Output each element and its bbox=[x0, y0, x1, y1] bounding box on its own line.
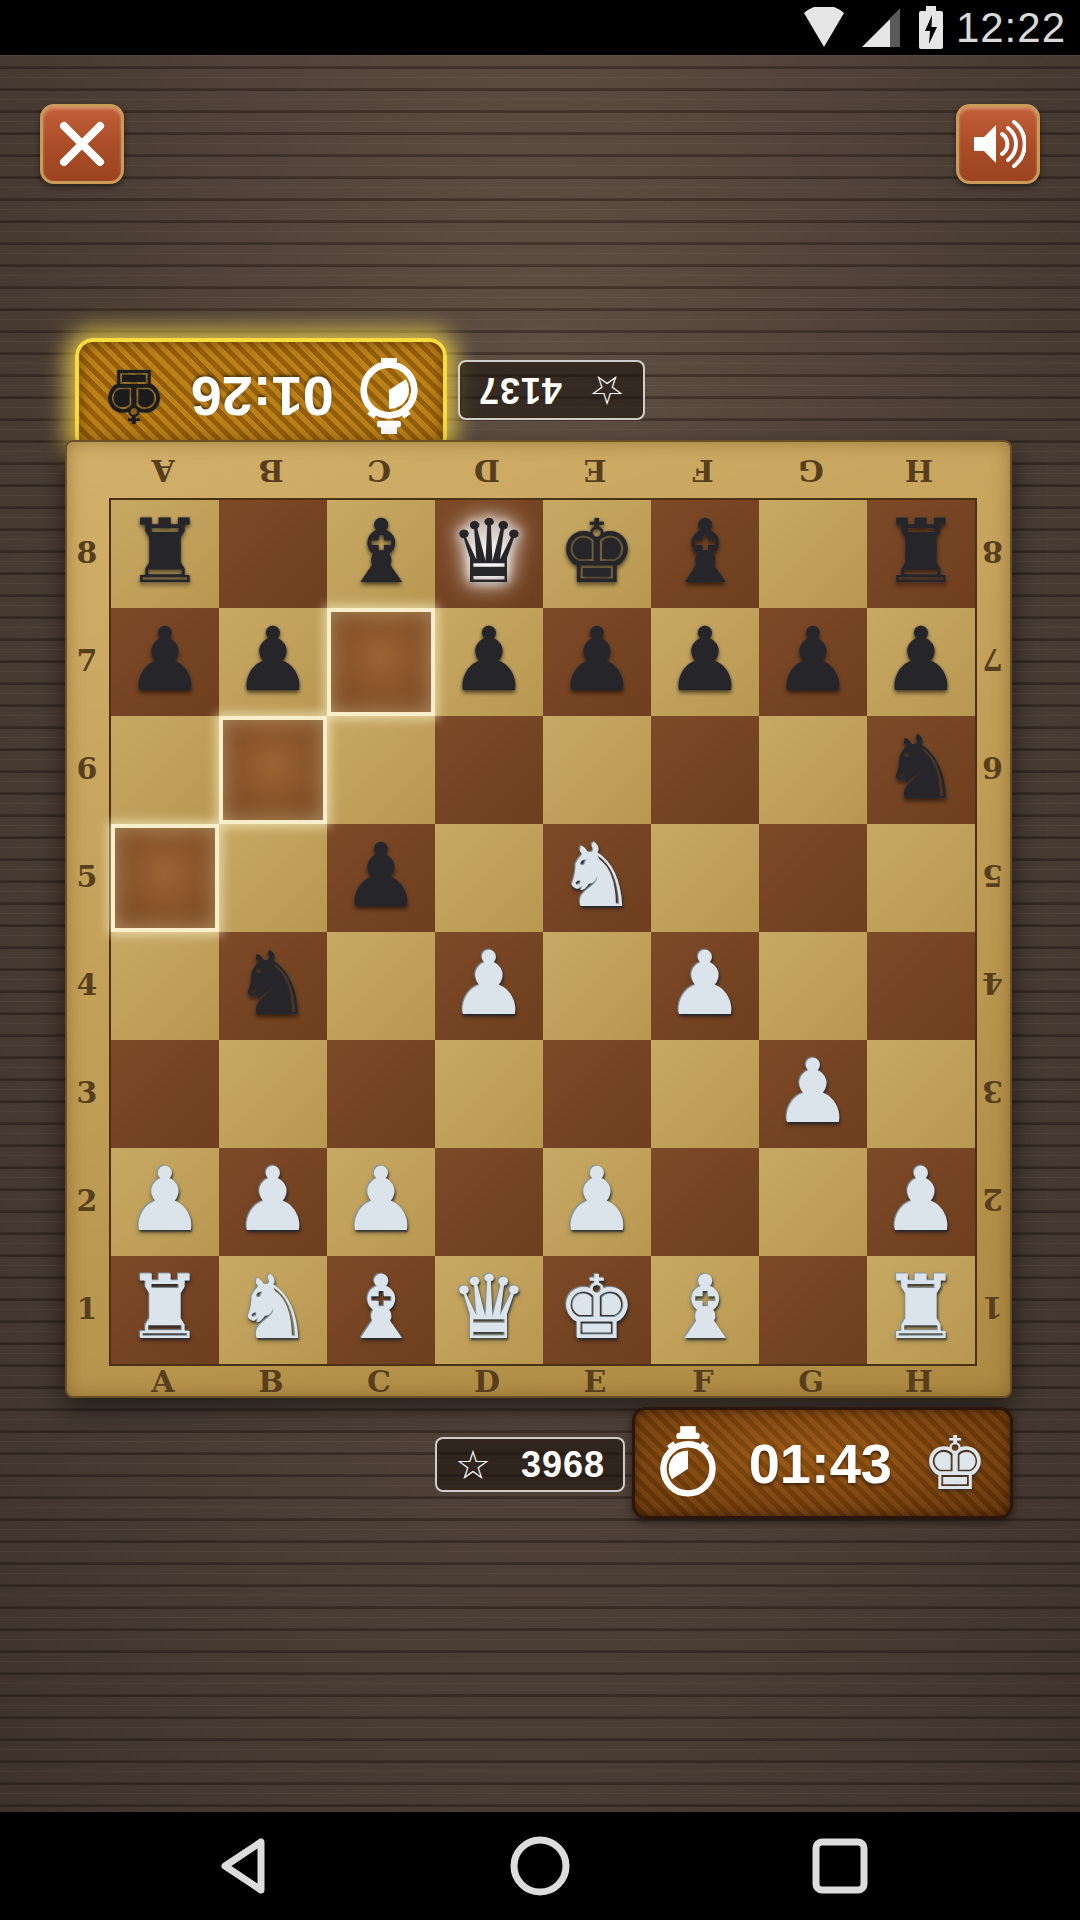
coord-label-F: F bbox=[649, 1364, 757, 1399]
rank-labels-left: 87654321 bbox=[67, 498, 107, 1362]
piece-black-queen-d8: ♛ bbox=[435, 500, 543, 608]
coord-label-7: 7 bbox=[67, 606, 107, 714]
white-clock-plate: 01:43 ♚ bbox=[632, 1407, 1013, 1519]
piece-black-pawn-e7: ♟ bbox=[543, 608, 651, 716]
coord-label-D: D bbox=[433, 448, 541, 494]
piece-white-bishop-f1: ♝ bbox=[651, 1256, 759, 1364]
square-f2[interactable] bbox=[651, 1148, 759, 1256]
chess-board-frame: ABCDEFGH ABCDEFGH 87654321 87654321 ♜♝♛♚… bbox=[65, 440, 1012, 1398]
black-rating-value: 4137 bbox=[478, 369, 562, 411]
nav-home-button[interactable] bbox=[460, 1812, 620, 1920]
square-g5[interactable] bbox=[759, 824, 867, 932]
stopwatch-icon bbox=[357, 359, 421, 435]
piece-black-pawn-g7: ♟ bbox=[759, 608, 867, 716]
piece-white-king-e1: ♚ bbox=[543, 1256, 651, 1364]
square-e8[interactable]: ♚ bbox=[543, 500, 651, 608]
piece-white-knight-e5: ♞ bbox=[543, 824, 651, 932]
square-a3[interactable] bbox=[111, 1040, 219, 1148]
square-d5[interactable] bbox=[435, 824, 543, 932]
coord-label-C: C bbox=[325, 448, 433, 494]
square-c8[interactable]: ♝ bbox=[327, 500, 435, 608]
rank-labels-right: 87654321 bbox=[973, 498, 1012, 1362]
square-f1[interactable]: ♝ bbox=[651, 1256, 759, 1364]
piece-black-king-e8: ♚ bbox=[543, 500, 651, 608]
chess-app-screen: 12:22 01:26 ♚ ☆ 4137 ABCDEFGH ABCDEFGH 8… bbox=[0, 0, 1080, 1920]
piece-white-pawn-f4: ♟ bbox=[651, 932, 759, 1040]
square-f6[interactable] bbox=[651, 716, 759, 824]
piece-black-pawn-c5: ♟ bbox=[327, 824, 435, 932]
piece-white-bishop-c1: ♝ bbox=[327, 1256, 435, 1364]
coord-label-E: E bbox=[541, 448, 649, 494]
piece-white-queen-d1: ♛ bbox=[435, 1256, 543, 1364]
coord-label-3: 3 bbox=[67, 1038, 107, 1146]
coord-label-G: G bbox=[757, 448, 865, 494]
square-g7[interactable]: ♟ bbox=[759, 608, 867, 716]
square-a7[interactable]: ♟ bbox=[111, 608, 219, 716]
file-labels-top: ABCDEFGH bbox=[109, 448, 973, 494]
square-f4[interactable]: ♟ bbox=[651, 932, 759, 1040]
chess-board: ♜♝♛♚♝♜♟♟♟♟♟♟♟♞♟♞♞♟♟♟♟♟♟♟♟♜♞♝♛♚♝♜ bbox=[109, 498, 977, 1366]
piece-white-pawn-c2: ♟ bbox=[327, 1148, 435, 1256]
square-d6[interactable] bbox=[435, 716, 543, 824]
square-c4[interactable] bbox=[327, 932, 435, 1040]
square-g1[interactable] bbox=[759, 1256, 867, 1364]
coord-label-F: F bbox=[649, 448, 757, 494]
close-icon bbox=[56, 118, 108, 170]
black-clock-plate: 01:26 ♚ bbox=[75, 338, 447, 455]
square-b3[interactable] bbox=[219, 1040, 327, 1148]
piece-white-pawn-e2: ♟ bbox=[543, 1148, 651, 1256]
piece-black-pawn-a7: ♟ bbox=[111, 608, 219, 716]
coord-label-8: 8 bbox=[67, 498, 107, 606]
square-e4[interactable] bbox=[543, 932, 651, 1040]
square-c5[interactable]: ♟ bbox=[327, 824, 435, 932]
coord-label-5: 5 bbox=[67, 822, 107, 930]
piece-black-rook-h8: ♜ bbox=[867, 500, 975, 608]
coord-label-4: 4 bbox=[67, 930, 107, 1038]
square-d8[interactable]: ♛ bbox=[435, 500, 543, 608]
stopwatch-icon bbox=[657, 1426, 719, 1500]
square-c2[interactable]: ♟ bbox=[327, 1148, 435, 1256]
white-clock-time: 01:43 bbox=[749, 1431, 892, 1496]
star-icon: ☆ bbox=[455, 1445, 491, 1485]
square-e2[interactable]: ♟ bbox=[543, 1148, 651, 1256]
sound-button[interactable] bbox=[956, 104, 1040, 184]
square-d1[interactable]: ♛ bbox=[435, 1256, 543, 1364]
coord-label-E: E bbox=[541, 1364, 649, 1399]
square-f5[interactable] bbox=[651, 824, 759, 932]
square-d7[interactable]: ♟ bbox=[435, 608, 543, 716]
close-button[interactable] bbox=[40, 104, 124, 184]
square-b6[interactable] bbox=[219, 716, 327, 824]
square-d3[interactable] bbox=[435, 1040, 543, 1148]
black-king-clock-icon: ♚ bbox=[101, 360, 167, 434]
square-e1[interactable]: ♚ bbox=[543, 1256, 651, 1364]
piece-black-pawn-f7: ♟ bbox=[651, 608, 759, 716]
square-a2[interactable]: ♟ bbox=[111, 1148, 219, 1256]
white-rating-box: ☆ 3968 bbox=[435, 1437, 625, 1492]
piece-black-bishop-f8: ♝ bbox=[651, 500, 759, 608]
square-g4[interactable] bbox=[759, 932, 867, 1040]
coord-label-8: 8 bbox=[973, 498, 1012, 606]
nav-back-button[interactable] bbox=[163, 1812, 323, 1920]
square-e7[interactable]: ♟ bbox=[543, 608, 651, 716]
status-bar: 12:22 bbox=[0, 0, 1080, 55]
square-h6[interactable]: ♞ bbox=[867, 716, 975, 824]
coord-label-2: 2 bbox=[67, 1146, 107, 1254]
square-a5[interactable] bbox=[111, 824, 219, 932]
square-e6[interactable] bbox=[543, 716, 651, 824]
square-f3[interactable] bbox=[651, 1040, 759, 1148]
square-e5[interactable]: ♞ bbox=[543, 824, 651, 932]
square-e3[interactable] bbox=[543, 1040, 651, 1148]
coord-label-4: 4 bbox=[973, 930, 1012, 1038]
star-icon: ☆ bbox=[589, 370, 625, 410]
coord-label-H: H bbox=[865, 448, 973, 494]
square-g8[interactable] bbox=[759, 500, 867, 608]
coord-label-6: 6 bbox=[67, 714, 107, 822]
piece-black-pawn-d7: ♟ bbox=[435, 608, 543, 716]
square-b2[interactable]: ♟ bbox=[219, 1148, 327, 1256]
square-a6[interactable] bbox=[111, 716, 219, 824]
piece-black-pawn-h7: ♟ bbox=[867, 608, 975, 716]
white-king-clock-icon: ♚ bbox=[922, 1426, 988, 1500]
android-nav-bar bbox=[0, 1812, 1080, 1920]
square-b1[interactable]: ♞ bbox=[219, 1256, 327, 1364]
coord-label-C: C bbox=[325, 1364, 433, 1399]
piece-white-knight-b1: ♞ bbox=[219, 1256, 327, 1364]
square-a1[interactable]: ♜ bbox=[111, 1256, 219, 1364]
square-h2[interactable]: ♟ bbox=[867, 1148, 975, 1256]
coord-label-2: 2 bbox=[973, 1146, 1012, 1254]
coord-label-7: 7 bbox=[973, 606, 1012, 714]
piece-white-pawn-d4: ♟ bbox=[435, 932, 543, 1040]
piece-white-rook-a1: ♜ bbox=[111, 1256, 219, 1364]
square-d2[interactable] bbox=[435, 1148, 543, 1256]
status-clock: 12:22 bbox=[956, 4, 1066, 52]
square-g3[interactable]: ♟ bbox=[759, 1040, 867, 1148]
piece-black-bishop-c8: ♝ bbox=[327, 500, 435, 608]
square-g6[interactable] bbox=[759, 716, 867, 824]
coord-label-G: G bbox=[757, 1364, 865, 1399]
square-g2[interactable] bbox=[759, 1148, 867, 1256]
piece-black-rook-a8: ♜ bbox=[111, 500, 219, 608]
square-h1[interactable]: ♜ bbox=[867, 1256, 975, 1364]
coord-label-1: 1 bbox=[973, 1254, 1012, 1362]
square-h3[interactable] bbox=[867, 1040, 975, 1148]
coord-label-B: B bbox=[217, 1364, 325, 1399]
piece-black-knight-h6: ♞ bbox=[867, 716, 975, 824]
coord-label-A: A bbox=[109, 448, 217, 494]
square-f8[interactable]: ♝ bbox=[651, 500, 759, 608]
piece-white-pawn-g3: ♟ bbox=[759, 1040, 867, 1148]
square-h4[interactable] bbox=[867, 932, 975, 1040]
square-d4[interactable]: ♟ bbox=[435, 932, 543, 1040]
nav-recents-button[interactable] bbox=[760, 1812, 920, 1920]
coord-label-1: 1 bbox=[67, 1254, 107, 1362]
square-c1[interactable]: ♝ bbox=[327, 1256, 435, 1364]
wifi-icon bbox=[800, 7, 848, 49]
battery-charging-icon bbox=[918, 6, 944, 50]
black-rating-box: ☆ 4137 bbox=[458, 360, 645, 420]
black-clock-time: 01:26 bbox=[191, 364, 334, 429]
piece-black-pawn-b7: ♟ bbox=[219, 608, 327, 716]
speaker-icon bbox=[970, 119, 1026, 169]
coord-label-D: D bbox=[433, 1364, 541, 1399]
coord-label-5: 5 bbox=[973, 822, 1012, 930]
square-b4[interactable]: ♞ bbox=[219, 932, 327, 1040]
white-rating-value: 3968 bbox=[521, 1444, 605, 1486]
square-b8[interactable] bbox=[219, 500, 327, 608]
file-labels-bottom: ABCDEFGH bbox=[109, 1364, 973, 1398]
square-c7[interactable] bbox=[327, 608, 435, 716]
square-c3[interactable] bbox=[327, 1040, 435, 1148]
square-h7[interactable]: ♟ bbox=[867, 608, 975, 716]
piece-black-knight-b4: ♞ bbox=[219, 932, 327, 1040]
piece-white-pawn-a2: ♟ bbox=[111, 1148, 219, 1256]
square-h5[interactable] bbox=[867, 824, 975, 932]
square-h8[interactable]: ♜ bbox=[867, 500, 975, 608]
coord-label-3: 3 bbox=[973, 1038, 1012, 1146]
coord-label-A: A bbox=[109, 1364, 217, 1399]
square-b5[interactable] bbox=[219, 824, 327, 932]
piece-white-pawn-h2: ♟ bbox=[867, 1148, 975, 1256]
piece-white-rook-h1: ♜ bbox=[867, 1256, 975, 1364]
signal-icon bbox=[860, 7, 906, 49]
coord-label-B: B bbox=[217, 448, 325, 494]
square-a8[interactable]: ♜ bbox=[111, 500, 219, 608]
piece-white-pawn-b2: ♟ bbox=[219, 1148, 327, 1256]
square-a4[interactable] bbox=[111, 932, 219, 1040]
coord-label-H: H bbox=[865, 1364, 973, 1399]
square-f7[interactable]: ♟ bbox=[651, 608, 759, 716]
square-b7[interactable]: ♟ bbox=[219, 608, 327, 716]
coord-label-6: 6 bbox=[973, 714, 1012, 822]
square-c6[interactable] bbox=[327, 716, 435, 824]
